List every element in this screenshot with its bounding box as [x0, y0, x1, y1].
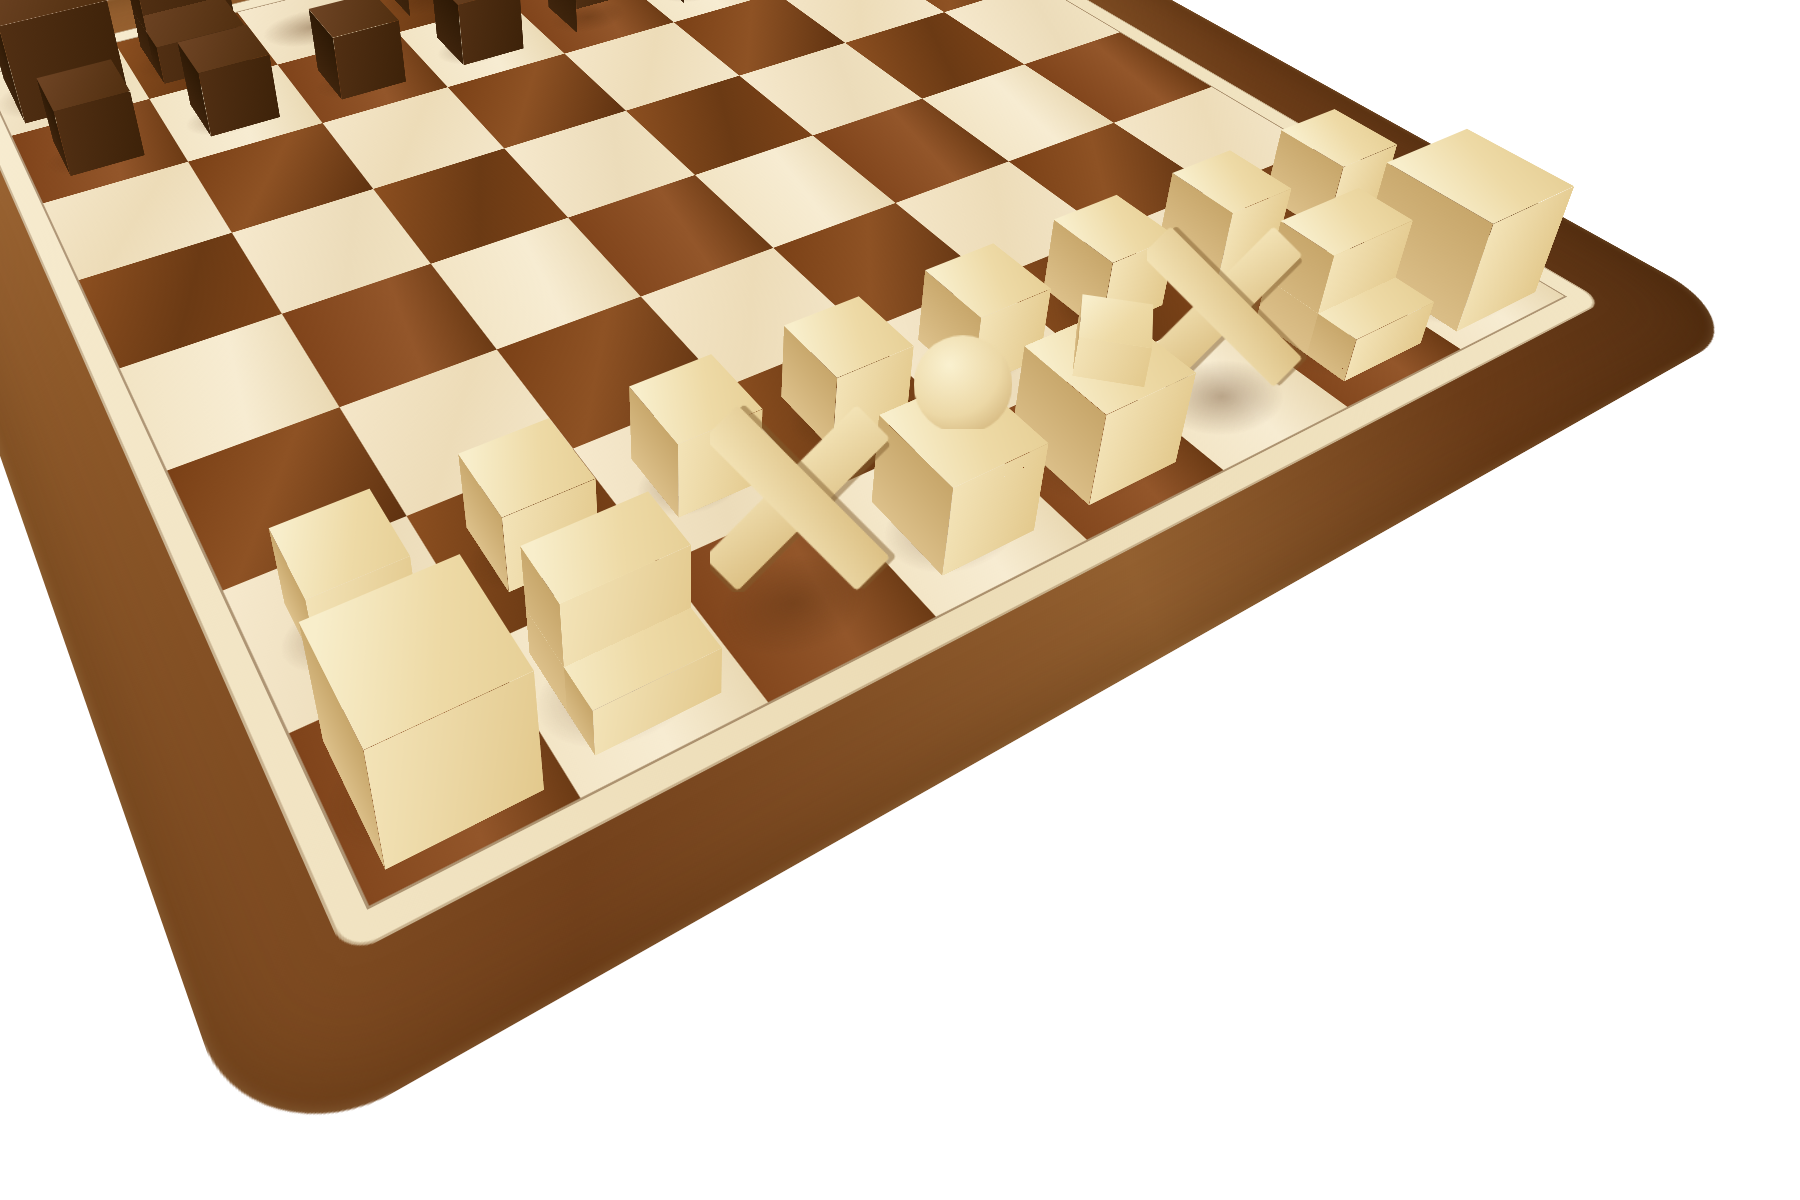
board-photo	[0, 0, 1800, 1200]
queen-sphere	[914, 335, 1013, 434]
board-3d-space	[0, 0, 1410, 890]
chessboard	[0, 0, 1753, 1174]
bishop-x-cross	[710, 398, 884, 598]
